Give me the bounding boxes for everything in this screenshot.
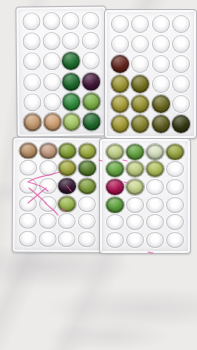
empty-well-bottom-left-r6c4: [78, 231, 96, 247]
well-plate-bottom-right: [99, 138, 191, 254]
empty-well-top-left-r1c3: [62, 12, 80, 30]
filled-well-top-right-r4c2: [131, 75, 149, 93]
empty-well-top-right-r3c4: [172, 55, 190, 73]
empty-well-bottom-left-r4c2: [39, 196, 57, 212]
empty-well-top-left-r1c4: [82, 12, 100, 30]
empty-well-bottom-right-r5c2: [126, 214, 144, 230]
filled-well-bottom-right-r2c3: [146, 161, 164, 177]
empty-well-bottom-left-r5c3: [58, 213, 76, 229]
filled-well-top-left-r4c4: [82, 72, 100, 90]
empty-well-top-left-r2c3: [62, 32, 80, 50]
empty-well-bottom-left-r3c1: [19, 178, 37, 194]
filled-well-bottom-left-r1c3: [59, 143, 77, 159]
filled-well-top-right-r6c4: [172, 115, 190, 133]
empty-well-bottom-left-r6c3: [58, 231, 76, 247]
well-plate-top-left: [15, 6, 107, 138]
empty-well-top-right-r2c3: [152, 35, 170, 53]
empty-well-bottom-right-r6c4: [166, 232, 184, 248]
empty-well-top-right-r1c2: [131, 15, 149, 33]
filled-well-bottom-left-r4c3: [58, 196, 76, 212]
empty-well-top-right-r1c1: [111, 15, 129, 33]
filled-well-bottom-left-r2c4: [78, 161, 96, 177]
filled-well-bottom-right-r3c2: [126, 179, 144, 195]
empty-well-bottom-left-r4c1: [19, 196, 37, 212]
empty-well-top-left-r1c1: [22, 12, 40, 30]
empty-well-top-left-r4c2: [43, 73, 61, 91]
empty-well-bottom-left-r5c2: [38, 213, 56, 229]
empty-well-bottom-left-r5c4: [78, 214, 96, 230]
empty-well-bottom-left-r2c2: [39, 160, 57, 176]
empty-well-bottom-right-r4c3: [146, 197, 164, 213]
filled-well-bottom-right-r4c1: [106, 197, 124, 213]
filled-well-top-right-r4c1: [111, 75, 129, 93]
empty-well-top-right-r5c4: [172, 95, 190, 113]
empty-well-top-left-r1c2: [42, 12, 60, 30]
empty-well-bottom-right-r5c3: [146, 214, 164, 230]
empty-well-bottom-left-r6c1: [19, 231, 37, 247]
filled-well-top-left-r6c4: [83, 112, 101, 130]
empty-well-top-left-r3c1: [23, 53, 41, 71]
empty-well-top-right-r3c3: [152, 55, 170, 73]
empty-well-bottom-left-r3c2: [39, 178, 57, 194]
empty-well-bottom-right-r6c1: [106, 232, 124, 248]
filled-well-bottom-left-r2c3: [59, 160, 77, 176]
empty-well-bottom-left-r2c1: [19, 160, 37, 176]
empty-well-bottom-right-r5c1: [106, 214, 124, 230]
empty-well-bottom-left-r6c2: [38, 231, 56, 247]
scene-marble-surface: [0, 0, 197, 350]
filled-well-top-left-r3c3: [62, 52, 80, 70]
empty-well-bottom-right-r2c4: [166, 161, 184, 177]
filled-well-top-left-r5c4: [82, 92, 100, 110]
filled-well-top-right-r6c3: [152, 115, 170, 133]
filled-well-top-right-r5c1: [111, 95, 129, 113]
empty-well-top-left-r2c1: [22, 32, 40, 50]
empty-well-top-left-r2c2: [42, 32, 60, 50]
empty-well-bottom-right-r6c3: [146, 232, 164, 248]
empty-well-top-right-r4c4: [172, 75, 190, 93]
filled-well-top-left-r6c1: [23, 113, 41, 131]
filled-well-bottom-right-r1c4: [166, 144, 184, 160]
empty-well-top-right-r2c1: [111, 35, 129, 53]
empty-well-top-right-r3c2: [131, 55, 149, 73]
empty-well-top-right-r4c3: [152, 75, 170, 93]
filled-well-bottom-right-r2c2: [126, 161, 144, 177]
filled-well-bottom-left-r1c2: [39, 143, 57, 159]
filled-well-bottom-left-r3c4: [78, 178, 96, 194]
empty-well-bottom-left-r4c4: [78, 196, 96, 212]
empty-well-top-left-r5c1: [23, 93, 41, 111]
filled-well-bottom-left-r1c4: [78, 143, 96, 159]
filled-well-top-right-r3c1: [111, 55, 129, 73]
filled-well-bottom-left-r1c1: [19, 143, 37, 159]
empty-well-top-right-r1c3: [152, 15, 170, 33]
filled-well-top-right-r6c1: [111, 115, 129, 133]
empty-well-top-right-r2c2: [131, 35, 149, 53]
filled-well-bottom-right-r1c2: [126, 144, 144, 160]
filled-well-top-left-r6c3: [63, 113, 81, 131]
filled-well-top-right-r6c2: [131, 115, 149, 133]
empty-well-bottom-left-r5c1: [19, 213, 37, 229]
empty-well-bottom-right-r4c2: [126, 197, 144, 213]
filled-well-top-right-r5c2: [131, 95, 149, 113]
filled-well-top-left-r4c3: [62, 72, 80, 90]
filled-well-bottom-right-r1c1: [106, 144, 124, 160]
well-plate-bottom-left: [12, 137, 104, 254]
empty-well-bottom-right-r6c2: [126, 232, 144, 248]
empty-well-top-left-r3c4: [82, 52, 100, 70]
empty-well-top-right-r1c4: [172, 15, 190, 33]
empty-well-bottom-right-r4c4: [166, 197, 184, 213]
empty-well-top-right-r2c4: [172, 35, 190, 53]
filled-well-bottom-right-r1c3: [146, 144, 164, 160]
empty-well-bottom-right-r3c4: [166, 179, 184, 195]
filled-well-top-right-r5c3: [152, 95, 170, 113]
well-plate-top-right: [104, 9, 197, 139]
empty-well-top-left-r4c1: [23, 73, 41, 91]
filled-well-bottom-right-r2c1: [106, 161, 124, 177]
empty-well-top-left-r3c2: [42, 52, 60, 70]
empty-well-bottom-right-r3c3: [146, 179, 164, 195]
empty-well-bottom-right-r5c4: [166, 214, 184, 230]
empty-well-top-left-r2c4: [82, 32, 100, 50]
filled-well-bottom-right-r3c1: [106, 179, 124, 195]
filled-well-bottom-left-r3c3: [58, 178, 76, 194]
filled-well-top-left-r5c3: [63, 93, 81, 111]
empty-well-top-left-r5c2: [43, 93, 61, 111]
filled-well-top-left-r6c2: [43, 113, 61, 131]
